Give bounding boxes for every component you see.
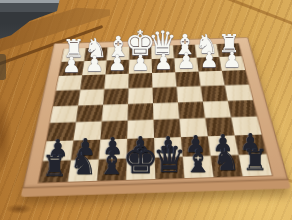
square-h4 [53,90,80,107]
square-d2 [152,58,176,72]
square-d3 [152,72,177,87]
wood-grain-streak [0,96,12,174]
square-b4 [201,85,228,101]
square-c1 [173,45,197,58]
square-d1 [151,46,174,59]
board-grid [39,43,272,182]
square-e5 [128,103,154,121]
square-f4 [103,88,128,104]
photo-chess-scene: ♜♞♝♛♚♝♞♜♟♟♟♟♟♟♟♟♟♟♟♟♟♟♟♟♜♞♝♛♚♝♞♜ [0,0,292,220]
square-d8 [155,157,185,179]
square-f7 [99,139,127,160]
square-e7 [127,138,155,159]
square-g7 [71,140,101,161]
square-c4 [177,86,203,102]
wood-grain-knot [6,204,32,214]
square-e4 [128,87,153,103]
square-b7 [208,135,239,155]
square-b1 [195,44,219,57]
square-h7 [43,141,74,162]
square-a5 [228,100,257,118]
square-d7 [154,137,183,157]
square-f3 [104,73,128,88]
square-h6 [47,122,76,141]
square-c8 [183,156,214,178]
square-c3 [175,71,200,86]
square-f6 [100,121,127,140]
square-c7 [181,136,211,156]
square-a8 [239,154,272,176]
square-g4 [78,89,104,106]
square-e3 [128,73,152,88]
square-d6 [153,119,180,138]
square-c5 [178,101,205,119]
square-f1 [107,47,130,61]
square-d5 [153,102,179,120]
square-h2 [59,61,84,75]
square-f5 [102,104,128,122]
square-a3 [222,70,249,85]
square-g8 [68,159,99,181]
square-b5 [203,101,231,119]
square-e2 [129,59,152,73]
square-c2 [174,58,198,72]
square-e1 [129,46,152,60]
square-a4 [225,84,253,100]
square-c6 [179,118,207,137]
square-g6 [73,121,101,140]
square-a1 [217,43,242,56]
square-f2 [106,60,130,74]
chess-board [37,0,270,220]
square-h1 [62,48,86,62]
square-f8 [97,159,127,181]
square-e6 [127,120,154,139]
square-h5 [50,105,78,123]
square-g2 [82,60,106,74]
square-g3 [80,74,105,89]
square-a7 [235,135,267,155]
square-g5 [76,105,103,123]
square-b2 [197,57,222,71]
board-frame [21,37,291,197]
background-object-small [0,54,6,80]
square-b3 [199,71,225,86]
square-h3 [56,75,82,90]
square-a6 [231,117,261,136]
square-e8 [126,158,155,180]
square-g1 [84,48,108,62]
square-a2 [219,56,245,70]
square-b8 [211,155,243,177]
square-h8 [39,160,71,182]
square-b6 [205,117,234,136]
square-d4 [152,87,177,103]
